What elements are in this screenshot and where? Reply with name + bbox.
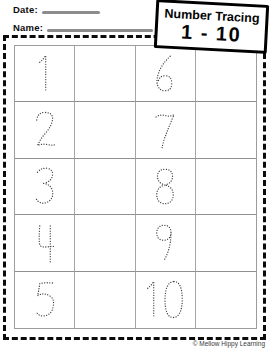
name-row: Name: [13, 23, 153, 33]
dotted-number-10 [141, 277, 189, 322]
number-cell-2 [15, 102, 75, 158]
dotted-number-4 [30, 220, 60, 265]
practice-cell-r3c4 [196, 159, 256, 215]
practice-cell-r5c2 [75, 272, 135, 328]
copyright-credit: © Mellow Hippy Learning [193, 340, 265, 347]
number-cell-1 [15, 46, 75, 102]
practice-cell-r1c4 [196, 46, 256, 102]
number-cell-4 [15, 215, 75, 271]
date-row: Date: [13, 5, 100, 15]
date-label: Date: [13, 5, 38, 15]
name-blank-line [47, 29, 153, 31]
dotted-number-6 [150, 51, 180, 96]
practice-cell-r5c4 [196, 272, 256, 328]
number-cell-5 [15, 272, 75, 328]
dotted-number-2 [30, 108, 60, 153]
practice-cell-r2c4 [196, 102, 256, 158]
practice-cell-r3c2 [75, 159, 135, 215]
number-cell-8 [136, 159, 196, 215]
tracing-grid [14, 45, 257, 329]
practice-cell-r1c2 [75, 46, 135, 102]
number-cell-3 [15, 159, 75, 215]
practice-cell-r2c2 [75, 102, 135, 158]
date-blank-line [42, 11, 100, 13]
worksheet-page: Date: Name: Number Tracing 1 - 10 © Mell… [0, 0, 270, 350]
dotted-number-9 [150, 220, 180, 265]
name-label: Name: [13, 23, 43, 33]
practice-cell-r4c4 [196, 215, 256, 271]
practice-cell-r4c2 [75, 215, 135, 271]
number-cell-7 [136, 102, 196, 158]
dotted-number-7 [150, 108, 180, 153]
dotted-number-5 [30, 277, 60, 322]
dotted-number-8 [150, 164, 180, 209]
number-cell-10 [136, 272, 196, 328]
dotted-number-1 [30, 51, 60, 96]
number-cell-9 [136, 215, 196, 271]
title-badge: Number Tracing 1 - 10 [154, 0, 269, 54]
dotted-number-3 [30, 164, 60, 209]
number-cell-6 [136, 46, 196, 102]
number-range: 1 - 10 [181, 21, 242, 44]
